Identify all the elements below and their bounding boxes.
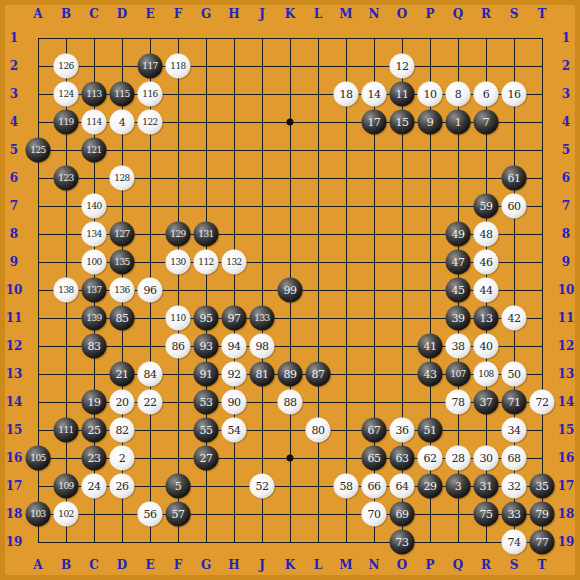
column-label-R-bottom: R [481,559,491,571]
stone-C5[interactable]: 121 [82,138,107,163]
stone-B2[interactable]: 126 [54,54,79,79]
stone-O3[interactable]: 11 [390,82,415,107]
stone-move-number: 61 [508,173,521,184]
stone-C8[interactable]: 134 [82,222,107,247]
row-label-13-left: 13 [6,368,23,380]
stone-move-number: 134 [86,230,102,239]
column-label-P-top: P [425,8,434,20]
stone-move-number: 69 [396,509,409,520]
stone-L13[interactable]: 87 [306,362,331,387]
column-label-N-top: N [369,8,380,20]
column-label-E-bottom: E [145,559,154,571]
stone-G9[interactable]: 112 [194,250,219,275]
stone-move-number: 129 [170,230,186,239]
stone-B4[interactable]: 119 [54,110,79,135]
stone-move-number: 118 [170,62,186,71]
stone-move-number: 111 [58,426,74,435]
column-label-R-top: R [481,8,491,20]
stone-move-number: 27 [200,453,213,464]
stone-G8[interactable]: 131 [194,222,219,247]
stone-H14[interactable]: 90 [222,390,247,415]
star-point-K4 [287,119,294,126]
row-label-6-left: 6 [10,172,18,184]
stone-C10[interactable]: 137 [82,278,107,303]
stone-A16[interactable]: 105 [26,446,51,471]
stone-N15[interactable]: 67 [362,418,387,443]
row-label-9-right: 9 [562,256,570,268]
stone-move-number: 12 [396,61,409,72]
stone-move-number: 116 [142,90,158,99]
stone-move-number: 54 [228,425,241,436]
stone-move-number: 45 [452,285,465,296]
stone-move-number: 59 [480,201,493,212]
row-label-14-right: 14 [558,396,575,408]
stone-move-number: 38 [452,341,465,352]
stone-H12[interactable]: 94 [222,334,247,359]
stone-M17[interactable]: 58 [334,474,359,499]
stone-F17[interactable]: 5 [166,474,191,499]
stone-R8[interactable]: 48 [474,222,499,247]
column-label-S-bottom: S [510,559,519,571]
stone-move-number: 30 [480,453,493,464]
stone-move-number: 43 [424,369,437,380]
stone-B18[interactable]: 102 [54,502,79,527]
stone-move-number: 64 [396,481,409,492]
stone-Q10[interactable]: 45 [446,278,471,303]
stone-O19[interactable]: 73 [390,530,415,555]
stone-move-number: 139 [86,314,102,323]
row-label-18-right: 18 [558,508,575,520]
stone-move-number: 92 [228,369,241,380]
stone-C16[interactable]: 23 [82,446,107,471]
row-label-17-left: 17 [6,480,23,492]
stone-P13[interactable]: 43 [418,362,443,387]
stone-move-number: 77 [536,537,549,548]
stone-move-number: 23 [88,453,101,464]
stone-move-number: 37 [480,397,493,408]
stone-F2[interactable]: 118 [166,54,191,79]
stone-move-number: 124 [58,90,74,99]
column-label-S-top: S [510,8,519,20]
stone-C3[interactable]: 113 [82,82,107,107]
stone-move-number: 110 [170,314,186,323]
column-label-M-bottom: M [339,559,352,571]
stone-K13[interactable]: 89 [278,362,303,387]
stone-B15[interactable]: 111 [54,418,79,443]
stone-R16[interactable]: 30 [474,446,499,471]
stone-S16[interactable]: 68 [502,446,527,471]
row-label-3-right: 3 [562,88,570,100]
stone-Q17[interactable]: 3 [446,474,471,499]
stone-move-number: 65 [368,453,381,464]
stone-E10[interactable]: 96 [138,278,163,303]
stone-move-number: 47 [452,257,465,268]
stone-move-number: 86 [172,341,185,352]
column-label-A-bottom: A [33,559,42,571]
stone-move-number: 88 [284,397,297,408]
stone-J17[interactable]: 52 [250,474,275,499]
row-label-10-left: 10 [6,284,23,296]
stone-move-number: 66 [368,481,381,492]
stone-move-number: 84 [144,369,157,380]
stone-N4[interactable]: 17 [362,110,387,135]
stone-C12[interactable]: 83 [82,334,107,359]
stone-move-number: 105 [30,454,46,463]
stone-P17[interactable]: 29 [418,474,443,499]
stone-F12[interactable]: 86 [166,334,191,359]
stone-J11[interactable]: 133 [250,306,275,331]
stone-K14[interactable]: 88 [278,390,303,415]
stone-R14[interactable]: 37 [474,390,499,415]
stone-E18[interactable]: 56 [138,502,163,527]
stone-move-number: 41 [424,341,437,352]
stone-D10[interactable]: 136 [110,278,135,303]
column-label-D-top: D [117,8,127,20]
stone-J13[interactable]: 81 [250,362,275,387]
row-label-10-right: 10 [558,284,575,296]
stone-C15[interactable]: 25 [82,418,107,443]
stone-S19[interactable]: 74 [502,530,527,555]
row-label-11-right: 11 [558,312,575,324]
column-label-C-bottom: C [89,559,99,571]
column-label-K-bottom: K [285,559,295,571]
stone-S15[interactable]: 34 [502,418,527,443]
column-label-P-bottom: P [425,559,434,571]
stone-move-number: 34 [508,425,521,436]
stone-move-number: 97 [228,313,241,324]
stone-move-number: 71 [508,397,521,408]
stone-move-number: 127 [114,230,130,239]
stone-R18[interactable]: 75 [474,502,499,527]
stone-move-number: 2 [119,453,126,464]
stone-R13[interactable]: 108 [474,362,499,387]
row-label-8-right: 8 [562,228,570,240]
stone-move-number: 91 [200,369,213,380]
stone-move-number: 100 [86,258,102,267]
stone-move-number: 94 [228,341,241,352]
star-point-K16 [287,455,294,462]
stone-J12[interactable]: 98 [250,334,275,359]
stone-move-number: 31 [480,481,493,492]
stone-Q11[interactable]: 39 [446,306,471,331]
row-label-11-left: 11 [6,312,23,324]
column-label-J-top: J [259,8,265,20]
stone-F8[interactable]: 129 [166,222,191,247]
row-label-7-left: 7 [10,200,18,212]
column-label-F-bottom: F [174,559,183,571]
column-label-Q-top: Q [453,8,463,20]
stone-move-number: 39 [452,313,465,324]
stone-P4[interactable]: 9 [418,110,443,135]
stone-G11[interactable]: 95 [194,306,219,331]
column-label-C-top: C [89,8,99,20]
column-label-T-bottom: T [538,559,547,571]
stone-R7[interactable]: 59 [474,194,499,219]
row-label-12-left: 12 [6,340,23,352]
stone-D14[interactable]: 20 [110,390,135,415]
stone-C9[interactable]: 100 [82,250,107,275]
stone-H13[interactable]: 92 [222,362,247,387]
stone-P12[interactable]: 41 [418,334,443,359]
stone-move-number: 75 [480,509,493,520]
stone-move-number: 24 [88,481,101,492]
stone-move-number: 40 [480,341,493,352]
row-label-14-left: 14 [6,396,23,408]
row-label-19-left: 19 [6,536,23,548]
stone-T14[interactable]: 72 [530,390,555,415]
stone-move-number: 130 [170,258,186,267]
row-label-6-right: 6 [562,172,570,184]
column-label-T-top: T [538,8,547,20]
row-label-15-right: 15 [558,424,575,436]
stone-D17[interactable]: 26 [110,474,135,499]
column-label-H-bottom: H [228,559,239,571]
stone-N3[interactable]: 14 [362,82,387,107]
stone-move-number: 73 [396,537,409,548]
stone-move-number: 123 [58,174,74,183]
stone-S11[interactable]: 42 [502,306,527,331]
stone-move-number: 60 [508,201,521,212]
stone-Q9[interactable]: 47 [446,250,471,275]
stone-P15[interactable]: 51 [418,418,443,443]
row-label-8-left: 8 [10,228,18,240]
stone-Q3[interactable]: 8 [446,82,471,107]
stone-move-number: 57 [172,509,185,520]
stone-S14[interactable]: 71 [502,390,527,415]
stone-D13[interactable]: 21 [110,362,135,387]
stone-move-number: 7 [483,117,490,128]
stone-move-number: 3 [455,481,462,492]
column-label-B-bottom: B [61,559,71,571]
stone-move-number: 9 [427,117,434,128]
stone-move-number: 14 [368,89,381,100]
stone-D15[interactable]: 82 [110,418,135,443]
stone-D3[interactable]: 115 [110,82,135,107]
stone-Q8[interactable]: 49 [446,222,471,247]
stone-Q12[interactable]: 38 [446,334,471,359]
stone-Q13[interactable]: 107 [446,362,471,387]
stone-Q14[interactable]: 78 [446,390,471,415]
stone-S13[interactable]: 50 [502,362,527,387]
stone-T19[interactable]: 77 [530,530,555,555]
stone-D11[interactable]: 85 [110,306,135,331]
stone-B6[interactable]: 123 [54,166,79,191]
stone-G15[interactable]: 55 [194,418,219,443]
stone-O4[interactable]: 15 [390,110,415,135]
go-board[interactable]: ABCDEFGHJKLMNOPQRST ABCDEFGHJKLMNOPQRST … [0,0,580,580]
stone-move-number: 95 [200,313,213,324]
stone-E14[interactable]: 22 [138,390,163,415]
stone-move-number: 42 [508,313,521,324]
stone-R17[interactable]: 31 [474,474,499,499]
stone-move-number: 55 [200,425,213,436]
stone-move-number: 29 [424,481,437,492]
stone-move-number: 137 [86,286,102,295]
row-label-1-right: 1 [562,32,570,44]
stone-move-number: 119 [58,118,74,127]
stone-move-number: 70 [368,509,381,520]
stone-B10[interactable]: 138 [54,278,79,303]
stone-G14[interactable]: 53 [194,390,219,415]
stone-A18[interactable]: 103 [26,502,51,527]
stone-F9[interactable]: 130 [166,250,191,275]
stone-move-number: 1 [455,117,462,128]
stone-E4[interactable]: 122 [138,110,163,135]
row-label-5-right: 5 [562,144,570,156]
row-label-4-left: 4 [10,116,18,128]
row-label-16-left: 16 [6,452,23,464]
stone-G12[interactable]: 93 [194,334,219,359]
stone-move-number: 63 [396,453,409,464]
stone-R10[interactable]: 44 [474,278,499,303]
stone-N17[interactable]: 66 [362,474,387,499]
stone-D16[interactable]: 2 [110,446,135,471]
stone-move-number: 78 [452,397,465,408]
stone-E13[interactable]: 84 [138,362,163,387]
stone-move-number: 21 [116,369,129,380]
stone-R3[interactable]: 6 [474,82,499,107]
row-label-9-left: 9 [10,256,18,268]
stone-move-number: 36 [396,425,409,436]
stone-move-number: 44 [480,285,493,296]
stone-move-number: 26 [116,481,129,492]
stone-R9[interactable]: 46 [474,250,499,275]
row-label-16-right: 16 [558,452,575,464]
row-label-4-right: 4 [562,116,570,128]
row-label-18-left: 18 [6,508,23,520]
stone-move-number: 98 [256,341,269,352]
stone-D8[interactable]: 127 [110,222,135,247]
column-label-B-top: B [61,8,71,20]
stone-move-number: 28 [452,453,465,464]
row-label-1-left: 1 [10,32,18,44]
stone-N16[interactable]: 65 [362,446,387,471]
stone-move-number: 6 [483,89,490,100]
stone-O15[interactable]: 36 [390,418,415,443]
row-label-17-right: 17 [558,480,575,492]
stone-G16[interactable]: 27 [194,446,219,471]
stone-Q16[interactable]: 28 [446,446,471,471]
stone-move-number: 87 [312,369,325,380]
stone-H11[interactable]: 97 [222,306,247,331]
stone-move-number: 112 [198,258,214,267]
stone-move-number: 16 [508,89,521,100]
stone-move-number: 121 [86,146,102,155]
stone-move-number: 115 [114,90,130,99]
stone-move-number: 68 [508,453,521,464]
stone-S3[interactable]: 16 [502,82,527,107]
column-label-G-top: G [201,8,211,20]
stone-N18[interactable]: 70 [362,502,387,527]
stone-move-number: 18 [340,89,353,100]
stone-move-number: 83 [88,341,101,352]
stone-S7[interactable]: 60 [502,194,527,219]
stone-move-number: 20 [116,397,129,408]
column-label-A-top: A [33,8,42,20]
stone-move-number: 50 [508,369,521,380]
stone-move-number: 22 [144,397,157,408]
stone-Q4[interactable]: 1 [446,110,471,135]
stone-move-number: 82 [116,425,129,436]
stone-S6[interactable]: 61 [502,166,527,191]
stone-move-number: 32 [508,481,521,492]
stone-move-number: 117 [142,62,158,71]
stone-O16[interactable]: 63 [390,446,415,471]
stone-C17[interactable]: 24 [82,474,107,499]
stone-move-number: 108 [478,370,494,379]
stone-O2[interactable]: 12 [390,54,415,79]
stone-H9[interactable]: 132 [222,250,247,275]
stone-F18[interactable]: 57 [166,502,191,527]
stone-A5[interactable]: 125 [26,138,51,163]
row-label-13-right: 13 [558,368,575,380]
stone-S18[interactable]: 33 [502,502,527,527]
stone-D4[interactable]: 4 [110,110,135,135]
stone-E3[interactable]: 116 [138,82,163,107]
stone-R11[interactable]: 13 [474,306,499,331]
stone-T18[interactable]: 79 [530,502,555,527]
stone-B3[interactable]: 124 [54,82,79,107]
stone-move-number: 46 [480,257,493,268]
stone-move-number: 140 [86,202,102,211]
stone-move-number: 89 [284,369,297,380]
stone-H15[interactable]: 54 [222,418,247,443]
column-label-K-top: K [285,8,295,20]
column-label-Q-bottom: Q [453,559,463,571]
stone-move-number: 10 [424,89,437,100]
stone-move-number: 131 [198,230,214,239]
column-label-F-top: F [174,8,183,20]
stone-P16[interactable]: 62 [418,446,443,471]
stone-move-number: 11 [396,89,409,100]
stone-R12[interactable]: 40 [474,334,499,359]
stone-S17[interactable]: 32 [502,474,527,499]
stone-move-number: 52 [256,481,269,492]
stone-C4[interactable]: 114 [82,110,107,135]
stone-F11[interactable]: 110 [166,306,191,331]
stone-move-number: 133 [254,314,270,323]
column-label-L-top: L [314,8,322,20]
stone-B17[interactable]: 109 [54,474,79,499]
stone-E2[interactable]: 117 [138,54,163,79]
stone-D6[interactable]: 128 [110,166,135,191]
stone-C7[interactable]: 140 [82,194,107,219]
row-label-2-right: 2 [562,60,570,72]
stone-D9[interactable]: 135 [110,250,135,275]
stone-K10[interactable]: 99 [278,278,303,303]
stone-move-number: 25 [88,425,101,436]
stone-P3[interactable]: 10 [418,82,443,107]
stone-move-number: 109 [58,482,74,491]
stone-R4[interactable]: 7 [474,110,499,135]
column-label-G-bottom: G [201,559,211,571]
stone-L15[interactable]: 80 [306,418,331,443]
column-label-M-top: M [339,8,352,20]
stone-G13[interactable]: 91 [194,362,219,387]
stone-O18[interactable]: 69 [390,502,415,527]
column-label-N-bottom: N [369,559,380,571]
row-label-5-left: 5 [10,144,18,156]
stone-O17[interactable]: 64 [390,474,415,499]
row-label-19-right: 19 [558,536,575,548]
stone-move-number: 4 [119,117,126,128]
column-label-D-bottom: D [117,559,127,571]
stone-M3[interactable]: 18 [334,82,359,107]
stone-C11[interactable]: 139 [82,306,107,331]
stone-T17[interactable]: 35 [530,474,555,499]
stone-C14[interactable]: 19 [82,390,107,415]
row-label-2-left: 2 [10,60,18,72]
